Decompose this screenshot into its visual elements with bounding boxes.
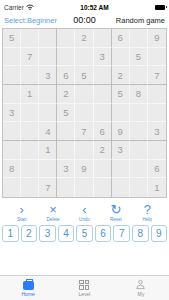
- reset-button[interactable]: ↻ Reset: [104, 203, 128, 222]
- numpad-5[interactable]: 5: [76, 225, 93, 242]
- cell-r2c2[interactable]: 7: [21, 48, 39, 67]
- cell-r2c9[interactable]: [148, 48, 166, 67]
- sudoku-board: 52697353652712583547693123839671: [2, 28, 167, 198]
- cell-r7c3[interactable]: 1: [39, 141, 57, 160]
- cell-r8c6[interactable]: [94, 160, 112, 179]
- cell-r5c4[interactable]: 5: [57, 104, 75, 123]
- cell-r8c2[interactable]: [21, 160, 39, 179]
- numpad-9[interactable]: 9: [151, 225, 168, 242]
- cell-r3c3[interactable]: 3: [39, 66, 57, 85]
- cell-r9c4[interactable]: [57, 178, 75, 197]
- cell-r7c1[interactable]: [3, 141, 21, 160]
- cell-r1c5[interactable]: 2: [75, 29, 93, 48]
- home-icon: [23, 281, 34, 290]
- cell-r1c1[interactable]: 5: [3, 29, 21, 48]
- cell-r7c6[interactable]: 2: [94, 141, 112, 160]
- cell-r7c8[interactable]: [130, 141, 148, 160]
- cell-r1c9[interactable]: 9: [148, 29, 166, 48]
- cell-r5c7[interactable]: [112, 104, 130, 123]
- cell-r6c8[interactable]: [130, 122, 148, 141]
- question-icon: ?: [144, 203, 151, 216]
- cell-r1c4[interactable]: [57, 29, 75, 48]
- help-label: Help: [143, 217, 152, 222]
- numpad-4[interactable]: 4: [58, 225, 75, 242]
- tab-bar: Home Level My: [0, 275, 169, 300]
- delete-button[interactable]: × Delete: [41, 203, 65, 222]
- cell-r4c9[interactable]: [148, 85, 166, 104]
- level-selector-button[interactable]: Select:Beginner: [4, 16, 57, 25]
- cell-r2c3[interactable]: [39, 48, 57, 67]
- tab-my[interactable]: My: [113, 279, 169, 297]
- cell-r3c9[interactable]: 7: [148, 66, 166, 85]
- numpad-1[interactable]: 1: [2, 225, 19, 242]
- cell-r4c7[interactable]: 5: [112, 85, 130, 104]
- cell-r9c2[interactable]: [21, 178, 39, 197]
- cell-r4c8[interactable]: 8: [130, 85, 148, 104]
- level-grid-icon: [79, 280, 89, 290]
- number-pad: 123456789: [2, 225, 167, 242]
- cell-r2c7[interactable]: [112, 48, 130, 67]
- cell-r2c6[interactable]: 3: [94, 48, 112, 67]
- cell-r3c4[interactable]: 6: [57, 66, 75, 85]
- cell-r6c5[interactable]: 7: [75, 122, 93, 141]
- chevron-right-icon: ›: [20, 203, 24, 216]
- cell-r3c8[interactable]: [130, 66, 148, 85]
- tab-home[interactable]: Home: [0, 279, 56, 297]
- cell-r8c8[interactable]: [130, 160, 148, 179]
- cell-r7c5[interactable]: [75, 141, 93, 160]
- cell-r9c9[interactable]: 1: [148, 178, 166, 197]
- start-label: Start: [17, 217, 27, 222]
- cell-r1c3[interactable]: [39, 29, 57, 48]
- cell-r5c6[interactable]: [94, 104, 112, 123]
- header: Select:Beginner 00:00 Random game: [0, 12, 169, 28]
- cell-r1c6[interactable]: [94, 29, 112, 48]
- cell-r9c3[interactable]: 7: [39, 178, 57, 197]
- cell-r8c5[interactable]: 9: [75, 160, 93, 179]
- cell-r4c3[interactable]: [39, 85, 57, 104]
- cell-r6c6[interactable]: 6: [94, 122, 112, 141]
- cell-r3c2[interactable]: [21, 66, 39, 85]
- cell-r5c9[interactable]: [148, 104, 166, 123]
- cell-r6c7[interactable]: 9: [112, 122, 130, 141]
- cell-r9c7[interactable]: [112, 178, 130, 197]
- cell-r9c6[interactable]: [94, 178, 112, 197]
- cell-r8c4[interactable]: 3: [57, 160, 75, 179]
- tab-level-label: Level: [79, 291, 91, 297]
- cell-r7c2[interactable]: [21, 141, 39, 160]
- game-timer: 00:00: [73, 15, 96, 25]
- carrier-label: Carrier: [4, 4, 24, 11]
- cell-r5c2[interactable]: [21, 104, 39, 123]
- cell-r5c1[interactable]: 3: [3, 104, 21, 123]
- numpad-3[interactable]: 3: [39, 225, 56, 242]
- cell-r2c5[interactable]: [75, 48, 93, 67]
- cell-r6c3[interactable]: 4: [39, 122, 57, 141]
- undo-button[interactable]: ‹ Undo: [72, 203, 96, 222]
- cell-r6c1[interactable]: [3, 122, 21, 141]
- cell-r8c3[interactable]: [39, 160, 57, 179]
- cell-r3c6[interactable]: [94, 66, 112, 85]
- cell-r6c2[interactable]: [21, 122, 39, 141]
- cell-r1c7[interactable]: 6: [112, 29, 130, 48]
- cell-r7c4[interactable]: [57, 141, 75, 160]
- cell-r9c1[interactable]: [3, 178, 21, 197]
- cell-r6c9[interactable]: 3: [148, 122, 166, 141]
- cell-r8c9[interactable]: 6: [148, 160, 166, 179]
- cell-r6c4[interactable]: [57, 122, 75, 141]
- cell-r1c2[interactable]: [21, 29, 39, 48]
- status-bar: Carrier 10:52 AM: [0, 0, 169, 12]
- undo-label: Undo: [79, 217, 90, 222]
- cell-r8c7[interactable]: [112, 160, 130, 179]
- cell-r1c8[interactable]: [130, 29, 148, 48]
- cell-r4c2[interactable]: 1: [21, 85, 39, 104]
- chevron-left-icon: ‹: [82, 203, 86, 216]
- delete-label: Delete: [47, 217, 60, 222]
- cell-r2c4[interactable]: [57, 48, 75, 67]
- x-icon: ×: [49, 203, 57, 216]
- person-icon: [135, 279, 146, 290]
- cell-r4c4[interactable]: 2: [57, 85, 75, 104]
- cell-r2c1[interactable]: [3, 48, 21, 67]
- start-button[interactable]: › Start: [10, 203, 34, 222]
- cell-r4c5[interactable]: [75, 85, 93, 104]
- cell-r9c8[interactable]: [130, 178, 148, 197]
- cell-r7c7[interactable]: 3: [112, 141, 130, 160]
- cell-r3c7[interactable]: 2: [112, 66, 130, 85]
- cell-r5c5[interactable]: [75, 104, 93, 123]
- tab-my-label: My: [137, 291, 144, 297]
- cell-r2c8[interactable]: 5: [130, 48, 148, 67]
- random-game-button[interactable]: Random game: [116, 16, 165, 25]
- cell-r3c1[interactable]: [3, 66, 21, 85]
- numpad-6[interactable]: 6: [95, 225, 112, 242]
- help-button[interactable]: ? Help: [135, 203, 159, 222]
- reset-icon: ↻: [110, 203, 121, 216]
- clock: 10:52 AM: [34, 4, 155, 11]
- tab-home-label: Home: [21, 291, 34, 297]
- reset-label: Reset: [110, 217, 122, 222]
- cell-r5c8[interactable]: [130, 104, 148, 123]
- wifi-icon: [26, 4, 34, 10]
- battery-icon: [155, 5, 165, 10]
- cell-r8c1[interactable]: 8: [3, 160, 21, 179]
- cell-r4c6[interactable]: [94, 85, 112, 104]
- cell-r4c1[interactable]: [3, 85, 21, 104]
- numpad-2[interactable]: 2: [21, 225, 38, 242]
- numpad-7[interactable]: 7: [113, 225, 130, 242]
- tab-level[interactable]: Level: [56, 280, 112, 297]
- toolbar: › Start × Delete ‹ Undo ↻ Reset ? Help: [0, 203, 169, 222]
- cell-r5c3[interactable]: [39, 104, 57, 123]
- numpad-8[interactable]: 8: [132, 225, 149, 242]
- cell-r3c5[interactable]: 5: [75, 66, 93, 85]
- cell-r9c5[interactable]: [75, 178, 93, 197]
- cell-r7c9[interactable]: [148, 141, 166, 160]
